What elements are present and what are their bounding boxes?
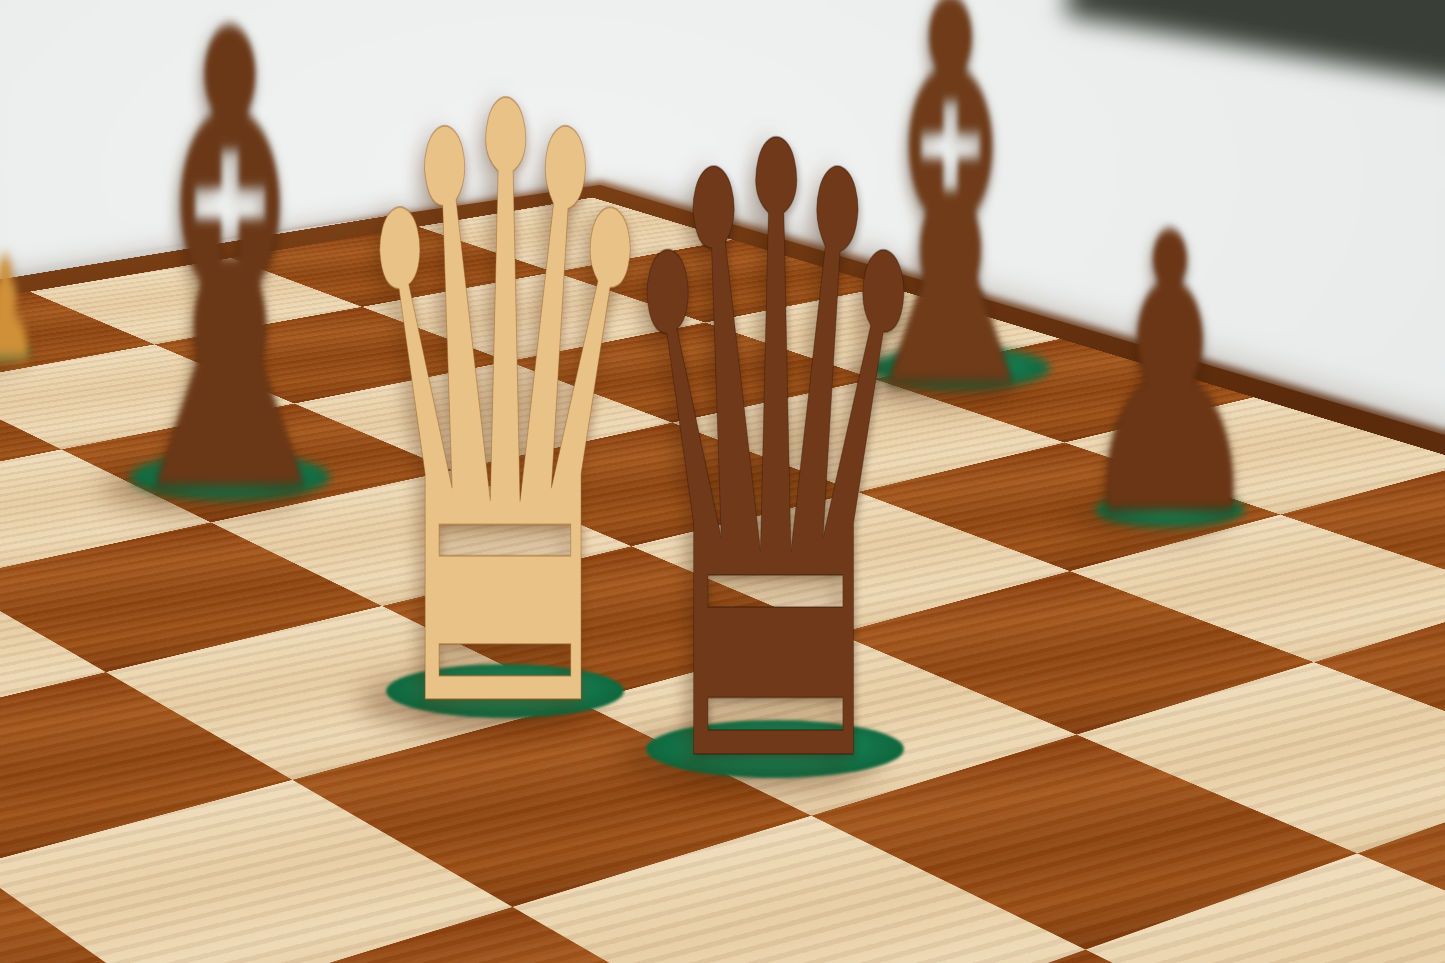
piece-black-queen[interactable]: ♛ xyxy=(585,39,965,884)
piece-white-pawn-edge[interactable]: ♟ xyxy=(0,241,44,381)
chess-photo-scene: ♝ ♝ ♟ ♟ ♛ ♛ xyxy=(0,0,1445,963)
piece-black-pawn[interactable]: ♟ xyxy=(1065,185,1275,567)
